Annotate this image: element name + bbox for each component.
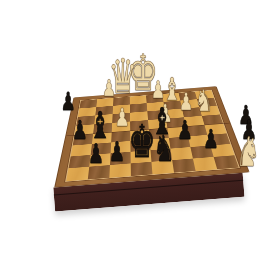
square-a1[interactable] [66, 167, 89, 181]
white-pawn[interactable]: ♟ [179, 90, 194, 114]
black-pawn[interactable]: ♟ [72, 117, 88, 143]
black-pawn[interactable]: ♟ [109, 138, 125, 165]
black-knight[interactable]: ♞ [153, 131, 175, 167]
white-knight[interactable]: ♞ [235, 132, 260, 173]
black-pawn[interactable]: ♟ [88, 140, 104, 167]
black-pawn[interactable]: ♟ [60, 89, 75, 114]
square-f1[interactable] [172, 159, 195, 173]
chess-set-photo: ♟♛♚♟♝♟♞♟♟♟♟♝♟♟♚♞♝♟♟♟♟♞ [0, 0, 280, 280]
black-pawn[interactable]: ♟ [177, 117, 193, 143]
white-queen[interactable]: ♛ [108, 52, 137, 100]
white-knight[interactable]: ♞ [195, 86, 213, 116]
black-pawn[interactable]: ♟ [203, 126, 219, 152]
black-king[interactable]: ♚ [128, 119, 155, 164]
